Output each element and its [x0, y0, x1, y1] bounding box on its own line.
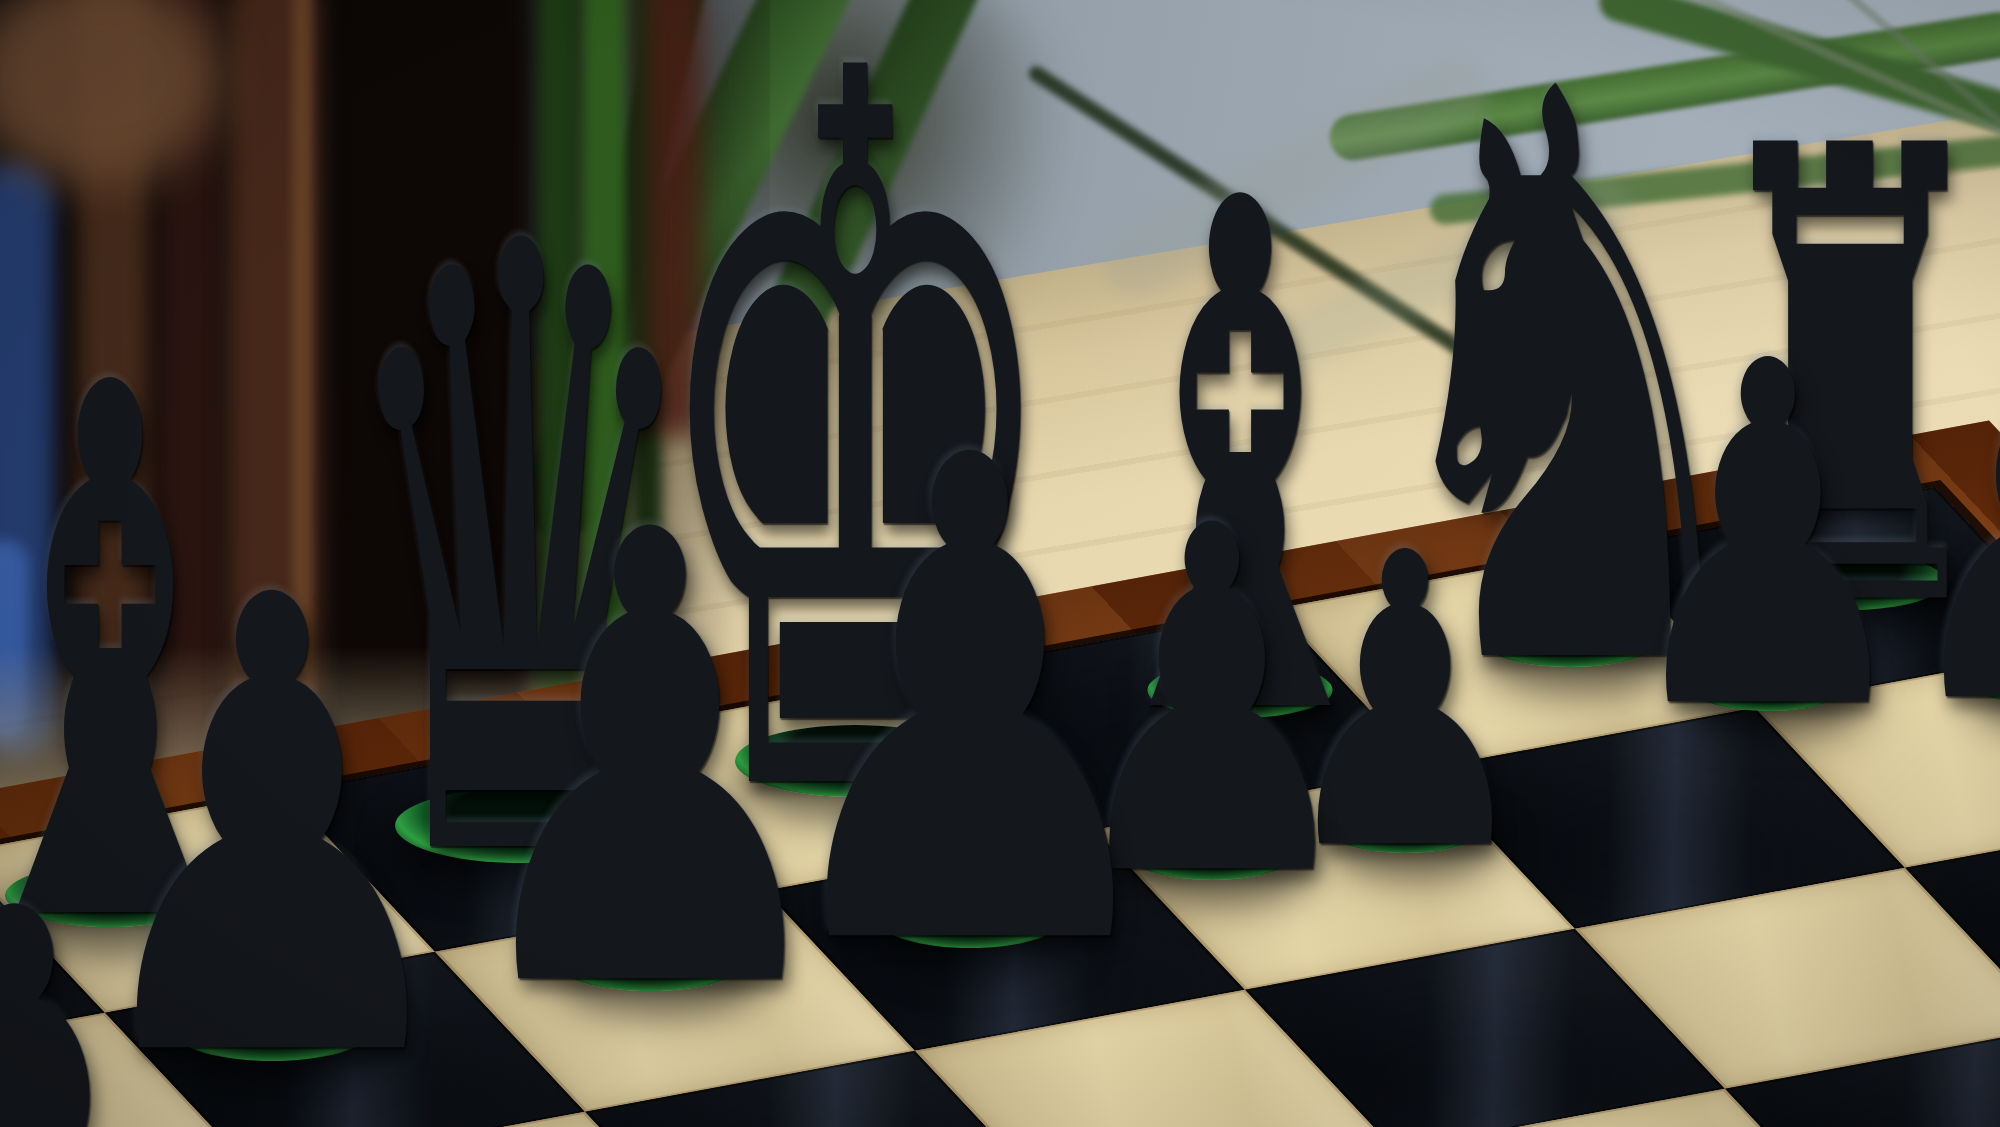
piece-glyph: ♟ — [450, 453, 851, 1074]
pieces-layer: ♝♛♚♝♞♜♟♟♟♟♟♟♟♟ — [0, 0, 2000, 1127]
piece-glyph: ♟ — [0, 826, 231, 1127]
piece-glyph: ♟ — [1615, 301, 1920, 774]
chess-photo-scene: ♝♛♚♝♞♜♟♟♟♟♟♟♟♟ — [0, 0, 2000, 1127]
